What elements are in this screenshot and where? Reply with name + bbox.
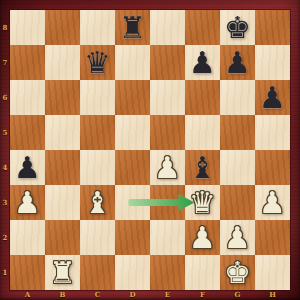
square-a1[interactable] [10, 255, 45, 290]
square-h2[interactable] [255, 220, 290, 255]
square-c2[interactable] [80, 220, 115, 255]
black-rook[interactable]: ♜ [119, 10, 146, 45]
square-b4[interactable] [45, 150, 80, 185]
square-a2[interactable] [10, 220, 45, 255]
rank-label-7: 7 [0, 45, 10, 80]
square-d6[interactable] [115, 80, 150, 115]
black-king[interactable]: ♚ [224, 10, 251, 45]
square-g3[interactable] [220, 185, 255, 220]
file-label-a: A [10, 290, 45, 300]
white-queen[interactable]: ♛ [189, 185, 216, 220]
white-rook[interactable]: ♜ [49, 255, 76, 290]
square-d7[interactable] [115, 45, 150, 80]
file-label-b: B [45, 290, 80, 300]
square-c1[interactable] [80, 255, 115, 290]
square-d5[interactable] [115, 115, 150, 150]
square-b1[interactable]: ♜ [45, 255, 80, 290]
rank-label-4: 4 [0, 150, 10, 185]
square-e5[interactable] [150, 115, 185, 150]
square-b2[interactable] [45, 220, 80, 255]
file-label-f: F [185, 290, 220, 300]
square-c5[interactable] [80, 115, 115, 150]
square-h8[interactable] [255, 10, 290, 45]
square-a4[interactable]: ♟ [10, 150, 45, 185]
white-pawn[interactable]: ♟ [189, 220, 216, 255]
square-f2[interactable]: ♟ [185, 220, 220, 255]
square-e6[interactable] [150, 80, 185, 115]
rank-label-3: 3 [0, 185, 10, 220]
square-g5[interactable] [220, 115, 255, 150]
square-h5[interactable] [255, 115, 290, 150]
square-a8[interactable] [10, 10, 45, 45]
square-b7[interactable] [45, 45, 80, 80]
square-d1[interactable] [115, 255, 150, 290]
square-b5[interactable] [45, 115, 80, 150]
square-g6[interactable] [220, 80, 255, 115]
white-pawn[interactable]: ♟ [224, 220, 251, 255]
square-f4[interactable]: ♝ [185, 150, 220, 185]
square-h6[interactable]: ♟ [255, 80, 290, 115]
square-g8[interactable]: ♚ [220, 10, 255, 45]
rank-label-2: 2 [0, 220, 10, 255]
file-label-h: H [255, 290, 290, 300]
square-h3[interactable]: ♟ [255, 185, 290, 220]
black-pawn[interactable]: ♟ [189, 45, 216, 80]
square-h7[interactable] [255, 45, 290, 80]
square-c4[interactable] [80, 150, 115, 185]
square-f8[interactable] [185, 10, 220, 45]
square-e8[interactable] [150, 10, 185, 45]
square-d3[interactable] [115, 185, 150, 220]
file-label-g: G [220, 290, 255, 300]
rank-label-1: 1 [0, 255, 10, 290]
file-label-d: D [115, 290, 150, 300]
square-e1[interactable] [150, 255, 185, 290]
square-f1[interactable] [185, 255, 220, 290]
square-d4[interactable] [115, 150, 150, 185]
white-pawn[interactable]: ♟ [259, 185, 286, 220]
square-a7[interactable] [10, 45, 45, 80]
white-pawn[interactable]: ♟ [154, 150, 181, 185]
square-h4[interactable] [255, 150, 290, 185]
square-g4[interactable] [220, 150, 255, 185]
square-b3[interactable] [45, 185, 80, 220]
square-e4[interactable]: ♟ [150, 150, 185, 185]
square-e3[interactable] [150, 185, 185, 220]
square-e2[interactable] [150, 220, 185, 255]
black-bishop[interactable]: ♝ [189, 150, 216, 185]
square-f3[interactable]: ♛ [185, 185, 220, 220]
white-king[interactable]: ♚ [224, 255, 251, 290]
square-h1[interactable] [255, 255, 290, 290]
square-a6[interactable] [10, 80, 45, 115]
black-queen[interactable]: ♛ [84, 45, 111, 80]
square-g2[interactable]: ♟ [220, 220, 255, 255]
rank-label-8: 8 [0, 10, 10, 45]
square-f7[interactable]: ♟ [185, 45, 220, 80]
square-g7[interactable]: ♟ [220, 45, 255, 80]
chess-board: ♜♚♛♟♟♟♟♟♝♟♝♛♟♟♟♜♚ [10, 10, 290, 290]
black-pawn[interactable]: ♟ [259, 80, 286, 115]
square-a3[interactable]: ♟ [10, 185, 45, 220]
square-g1[interactable]: ♚ [220, 255, 255, 290]
white-pawn[interactable]: ♟ [14, 185, 41, 220]
board-frame: ♜♚♛♟♟♟♟♟♝♟♝♛♟♟♟♜♚ 87654321ABCDEFGH [0, 0, 300, 300]
rank-label-6: 6 [0, 80, 10, 115]
square-c6[interactable] [80, 80, 115, 115]
square-b8[interactable] [45, 10, 80, 45]
square-d2[interactable] [115, 220, 150, 255]
square-d8[interactable]: ♜ [115, 10, 150, 45]
rank-label-5: 5 [0, 115, 10, 150]
black-pawn[interactable]: ♟ [14, 150, 41, 185]
square-b6[interactable] [45, 80, 80, 115]
square-c3[interactable]: ♝ [80, 185, 115, 220]
square-c7[interactable]: ♛ [80, 45, 115, 80]
file-label-e: E [150, 290, 185, 300]
square-f5[interactable] [185, 115, 220, 150]
square-f6[interactable] [185, 80, 220, 115]
square-e7[interactable] [150, 45, 185, 80]
black-pawn[interactable]: ♟ [224, 45, 251, 80]
file-label-c: C [80, 290, 115, 300]
square-c8[interactable] [80, 10, 115, 45]
white-bishop[interactable]: ♝ [84, 185, 111, 220]
square-a5[interactable] [10, 115, 45, 150]
